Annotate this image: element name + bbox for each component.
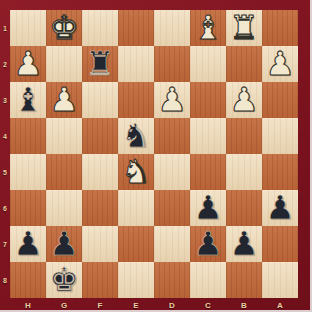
square-c6[interactable]: ♟ bbox=[190, 190, 226, 226]
square-a3[interactable] bbox=[262, 82, 298, 118]
square-b5[interactable] bbox=[226, 154, 262, 190]
black-pawn-b7[interactable]: ♟ bbox=[226, 226, 262, 262]
rank-label-2: 2 bbox=[0, 46, 10, 82]
white-pawn-h2[interactable]: ♟ bbox=[10, 46, 46, 82]
square-c8[interactable] bbox=[190, 262, 226, 298]
file-labels: HGFEDCBA bbox=[10, 298, 298, 312]
square-a7[interactable] bbox=[262, 226, 298, 262]
black-pawn-c6[interactable]: ♟ bbox=[190, 190, 226, 226]
square-c4[interactable] bbox=[190, 118, 226, 154]
square-h5[interactable] bbox=[10, 154, 46, 190]
square-d2[interactable] bbox=[154, 46, 190, 82]
rank-label-1: 1 bbox=[0, 10, 10, 46]
square-b3[interactable]: ♟ bbox=[226, 82, 262, 118]
square-b4[interactable] bbox=[226, 118, 262, 154]
square-g2[interactable] bbox=[46, 46, 82, 82]
square-d3[interactable]: ♟ bbox=[154, 82, 190, 118]
white-bishop-c1[interactable]: ♝ bbox=[190, 10, 226, 46]
white-king-g1[interactable]: ♚ bbox=[46, 10, 82, 46]
square-e3[interactable] bbox=[118, 82, 154, 118]
black-king-g8[interactable]: ♚ bbox=[46, 262, 82, 298]
square-g1[interactable]: ♚ bbox=[46, 10, 82, 46]
file-label-f: F bbox=[82, 298, 118, 312]
rank-label-4: 4 bbox=[0, 118, 10, 154]
square-b8[interactable] bbox=[226, 262, 262, 298]
square-g5[interactable] bbox=[46, 154, 82, 190]
square-h8[interactable] bbox=[10, 262, 46, 298]
rank-label-7: 7 bbox=[0, 226, 10, 262]
black-pawn-c7[interactable]: ♟ bbox=[190, 226, 226, 262]
square-f8[interactable] bbox=[82, 262, 118, 298]
square-e7[interactable] bbox=[118, 226, 154, 262]
square-d1[interactable] bbox=[154, 10, 190, 46]
black-knight-e4[interactable]: ♞ bbox=[118, 118, 154, 154]
file-label-e: E bbox=[118, 298, 154, 312]
square-f7[interactable] bbox=[82, 226, 118, 262]
square-a1[interactable] bbox=[262, 10, 298, 46]
square-c1[interactable]: ♝ bbox=[190, 10, 226, 46]
square-e1[interactable] bbox=[118, 10, 154, 46]
square-c3[interactable] bbox=[190, 82, 226, 118]
square-d6[interactable] bbox=[154, 190, 190, 226]
file-label-b: B bbox=[226, 298, 262, 312]
square-f5[interactable] bbox=[82, 154, 118, 190]
rank-label-6: 6 bbox=[0, 190, 10, 226]
square-h6[interactable] bbox=[10, 190, 46, 226]
file-label-c: C bbox=[190, 298, 226, 312]
white-pawn-b3[interactable]: ♟ bbox=[226, 82, 262, 118]
square-e6[interactable] bbox=[118, 190, 154, 226]
square-d8[interactable] bbox=[154, 262, 190, 298]
square-f1[interactable] bbox=[82, 10, 118, 46]
square-h2[interactable]: ♟ bbox=[10, 46, 46, 82]
square-h3[interactable]: ♝ bbox=[10, 82, 46, 118]
square-f3[interactable] bbox=[82, 82, 118, 118]
black-rook-f2[interactable]: ♜ bbox=[82, 46, 118, 82]
black-pawn-a6[interactable]: ♟ bbox=[262, 190, 298, 226]
black-pawn-h7[interactable]: ♟ bbox=[10, 226, 46, 262]
square-f6[interactable] bbox=[82, 190, 118, 226]
square-f2[interactable]: ♜ bbox=[82, 46, 118, 82]
square-b7[interactable]: ♟ bbox=[226, 226, 262, 262]
square-b1[interactable]: ♜ bbox=[226, 10, 262, 46]
square-g3[interactable]: ♟ bbox=[46, 82, 82, 118]
square-g4[interactable] bbox=[46, 118, 82, 154]
square-d4[interactable] bbox=[154, 118, 190, 154]
chess-board: ♚♝♜♟♜♟♝♟♟♟♞♞♟♟♟♟♟♟♚ bbox=[10, 10, 298, 298]
square-e4[interactable]: ♞ bbox=[118, 118, 154, 154]
square-b2[interactable] bbox=[226, 46, 262, 82]
white-pawn-d3[interactable]: ♟ bbox=[154, 82, 190, 118]
square-a6[interactable]: ♟ bbox=[262, 190, 298, 226]
square-a2[interactable]: ♟ bbox=[262, 46, 298, 82]
white-pawn-a2[interactable]: ♟ bbox=[262, 46, 298, 82]
square-e8[interactable] bbox=[118, 262, 154, 298]
square-c2[interactable] bbox=[190, 46, 226, 82]
file-label-h: H bbox=[10, 298, 46, 312]
rank-labels: 12345678 bbox=[0, 10, 10, 298]
file-label-g: G bbox=[46, 298, 82, 312]
square-e5[interactable]: ♞ bbox=[118, 154, 154, 190]
white-knight-e5[interactable]: ♞ bbox=[118, 154, 154, 190]
square-a5[interactable] bbox=[262, 154, 298, 190]
square-d7[interactable] bbox=[154, 226, 190, 262]
square-d5[interactable] bbox=[154, 154, 190, 190]
square-e2[interactable] bbox=[118, 46, 154, 82]
white-pawn-g3[interactable]: ♟ bbox=[46, 82, 82, 118]
square-a8[interactable] bbox=[262, 262, 298, 298]
square-g6[interactable] bbox=[46, 190, 82, 226]
square-b6[interactable] bbox=[226, 190, 262, 226]
square-h1[interactable] bbox=[10, 10, 46, 46]
black-bishop-h3[interactable]: ♝ bbox=[10, 82, 46, 118]
square-a4[interactable] bbox=[262, 118, 298, 154]
square-c7[interactable]: ♟ bbox=[190, 226, 226, 262]
chess-diagram: 12345678 HGFEDCBA ♚♝♜♟♜♟♝♟♟♟♞♞♟♟♟♟♟♟♚ bbox=[0, 0, 312, 312]
rank-label-3: 3 bbox=[0, 82, 10, 118]
square-c5[interactable] bbox=[190, 154, 226, 190]
file-label-d: D bbox=[154, 298, 190, 312]
square-f4[interactable] bbox=[82, 118, 118, 154]
file-label-a: A bbox=[262, 298, 298, 312]
square-g7[interactable]: ♟ bbox=[46, 226, 82, 262]
white-rook-b1[interactable]: ♜ bbox=[226, 10, 262, 46]
square-g8[interactable]: ♚ bbox=[46, 262, 82, 298]
rank-label-5: 5 bbox=[0, 154, 10, 190]
square-h4[interactable] bbox=[10, 118, 46, 154]
square-h7[interactable]: ♟ bbox=[10, 226, 46, 262]
rank-label-8: 8 bbox=[0, 262, 10, 298]
black-pawn-g7[interactable]: ♟ bbox=[46, 226, 82, 262]
